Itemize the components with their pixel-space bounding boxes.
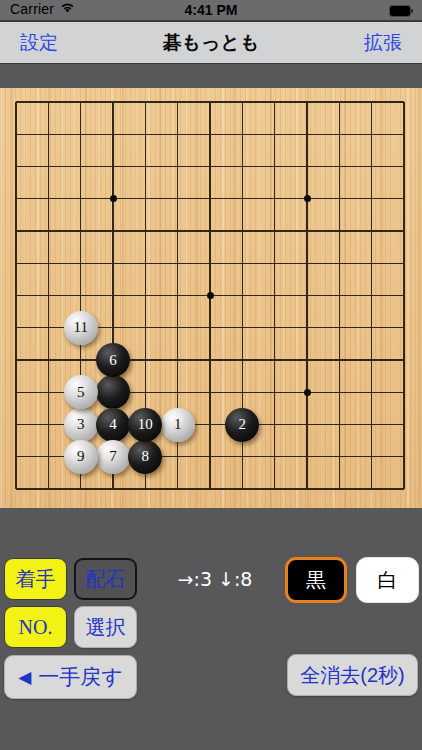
stone-black-placed[interactable] [96, 375, 130, 409]
status-bar: Carrier 4:41 PM [0, 0, 422, 22]
stone-black-10[interactable]: 10 [128, 408, 162, 442]
coordinate-readout: →:3 ↓:8 [150, 568, 280, 590]
star-point [110, 195, 117, 202]
undo-move-label: 一手戻す [38, 663, 123, 691]
white-player-button[interactable]: 白 [356, 557, 419, 603]
move-mode-button[interactable]: 着手 [4, 558, 67, 600]
grid-line-vertical [339, 102, 340, 489]
stone-white-5[interactable]: 5 [64, 375, 98, 409]
battery-icon [389, 4, 414, 16]
clear-all-button[interactable]: 全消去(2秒) [287, 654, 418, 696]
control-panel: 着手 配石 NO. 選択 黒 白 ◀ 一手戻す 全消去(2秒) [0, 508, 422, 750]
stone-white-9[interactable]: 9 [64, 440, 98, 474]
black-player-button[interactable]: 黒 [285, 557, 347, 603]
expand-button[interactable]: 拡張 [358, 22, 408, 63]
stone-black-4[interactable]: 4 [96, 408, 130, 442]
number-display-button[interactable]: NO. [4, 606, 67, 648]
grid-line-horizontal [16, 359, 404, 360]
stone-white-3[interactable]: 3 [64, 408, 98, 442]
select-mode-button[interactable]: 選択 [74, 606, 137, 648]
back-triangle-icon: ◀ [18, 667, 31, 687]
clock: 4:41 PM [0, 2, 422, 18]
star-point [304, 389, 311, 396]
stone-white-1[interactable]: 1 [161, 408, 195, 442]
grid-line-vertical [306, 102, 307, 489]
place-stone-mode-button[interactable]: 配石 [74, 558, 137, 600]
star-point [207, 292, 214, 299]
stone-white-11[interactable]: 11 [64, 311, 98, 345]
app-screen: Carrier 4:41 PM 設定 碁もっとも 拡張 123456789101… [0, 0, 422, 750]
stone-black-2[interactable]: 2 [225, 408, 259, 442]
go-board[interactable]: 1234567891011 [0, 88, 422, 508]
grid-line-vertical [403, 102, 404, 489]
nav-bar: 設定 碁もっとも 拡張 [0, 22, 422, 64]
star-point [304, 195, 311, 202]
undo-move-button[interactable]: ◀ 一手戻す [4, 655, 137, 699]
grid-line-vertical [274, 102, 275, 489]
grid-line-vertical [371, 102, 372, 489]
stone-black-6[interactable]: 6 [96, 343, 130, 377]
stone-white-7[interactable]: 7 [96, 440, 130, 474]
stone-black-8[interactable]: 8 [128, 440, 162, 474]
grid-line-horizontal [16, 488, 404, 489]
